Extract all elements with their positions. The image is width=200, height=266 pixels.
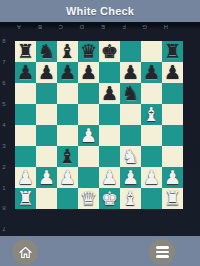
coordinate-label: 2 [0,156,8,177]
home-icon [18,245,33,260]
square-c8[interactable]: ♝ [57,41,78,62]
square-h4[interactable] [162,125,183,146]
piece-black-pawn[interactable]: ♟ [122,62,139,83]
piece-white-bishop[interactable]: ♝ [143,104,160,125]
square-b6[interactable] [36,83,57,104]
square-g2[interactable]: ♟ [141,167,162,188]
square-e2[interactable]: ♟ [99,167,120,188]
coordinate-label: 7 [0,51,8,72]
square-c4[interactable] [57,125,78,146]
piece-black-pawn[interactable]: ♟ [59,62,76,83]
square-d7[interactable]: ♟ [78,62,99,83]
square-a4[interactable] [15,125,36,146]
square-d5[interactable] [78,104,99,125]
piece-black-pawn[interactable]: ♟ [101,83,118,104]
piece-black-pawn[interactable]: ♟ [143,62,160,83]
piece-black-bishop[interactable]: ♝ [59,146,76,167]
coordinate-label: 8 [0,198,8,219]
piece-white-pawn[interactable]: ♟ [17,167,34,188]
piece-white-pawn[interactable]: ♟ [59,167,76,188]
square-h3[interactable] [162,146,183,167]
square-d3[interactable] [78,146,99,167]
piece-black-knight[interactable]: ♞ [38,41,55,62]
square-c1[interactable] [57,188,78,209]
square-c7[interactable]: ♟ [57,62,78,83]
square-a5[interactable] [15,104,36,125]
piece-black-rook[interactable]: ♜ [164,41,181,62]
coordinate-label: 1 [0,177,8,198]
square-c6[interactable] [57,83,78,104]
square-c2[interactable]: ♟ [57,167,78,188]
piece-white-king[interactable]: ♚ [101,188,118,209]
coordinate-label: 6 [0,72,8,93]
square-h7[interactable]: ♟ [162,62,183,83]
coordinate-label: 8 [0,30,8,51]
piece-white-rook[interactable]: ♜ [164,188,181,209]
coordinate-label: D [63,22,84,30]
coordinate-label: F [105,22,126,30]
piece-black-queen[interactable]: ♛ [80,41,97,62]
square-e1[interactable]: ♚ [99,188,120,209]
square-a3[interactable] [15,146,36,167]
square-f8[interactable] [120,41,141,62]
square-h8[interactable]: ♜ [162,41,183,62]
square-e8[interactable]: ♚ [99,41,120,62]
piece-black-pawn[interactable]: ♟ [17,62,34,83]
piece-white-bishop[interactable]: ♝ [122,188,139,209]
page-title: White Check [66,5,134,17]
square-a7[interactable]: ♟ [15,62,36,83]
bottom-nav-bar [0,236,200,266]
square-e6[interactable]: ♟ [99,83,120,104]
square-b5[interactable] [36,104,57,125]
coordinate-label: 3 [0,135,8,156]
piece-black-pawn[interactable]: ♟ [164,62,181,83]
coordinate-label: H [147,22,168,30]
square-a8[interactable]: ♜ [15,41,36,62]
piece-white-pawn[interactable]: ♟ [122,167,139,188]
square-e3[interactable] [99,146,120,167]
piece-white-pawn[interactable]: ♟ [143,167,160,188]
square-f5[interactable] [120,104,141,125]
piece-white-knight[interactable]: ♞ [122,146,139,167]
square-g1[interactable] [141,188,162,209]
square-d2[interactable] [78,167,99,188]
square-f4[interactable] [120,125,141,146]
square-b3[interactable] [36,146,57,167]
piece-white-rook[interactable]: ♜ [17,188,34,209]
square-b8[interactable]: ♞ [36,41,57,62]
square-f6[interactable]: ♞ [120,83,141,104]
square-f3[interactable]: ♞ [120,146,141,167]
square-b2[interactable]: ♟ [36,167,57,188]
square-f1[interactable]: ♝ [120,188,141,209]
square-b7[interactable]: ♟ [36,62,57,83]
title-bar: White Check [0,0,200,22]
coordinate-label: C [42,22,63,30]
square-b1[interactable] [36,188,57,209]
square-g7[interactable]: ♟ [141,62,162,83]
coordinate-label: E [84,22,105,30]
file-labels-top: ABCDEFGH [0,22,168,30]
square-d8[interactable]: ♛ [78,41,99,62]
rank-labels-left: 87654321 [0,30,8,198]
square-d4[interactable]: ♟ [78,125,99,146]
piece-black-rook[interactable]: ♜ [17,41,34,62]
coordinate-label: 5 [0,93,8,114]
coordinate-label: G [126,22,147,30]
square-f7[interactable]: ♟ [120,62,141,83]
coordinate-label: B [21,22,42,30]
square-d1[interactable]: ♛ [78,188,99,209]
square-h6[interactable] [162,83,183,104]
square-d6[interactable] [78,83,99,104]
piece-white-pawn[interactable]: ♟ [38,167,55,188]
coordinate-label: 4 [0,114,8,135]
piece-black-king[interactable]: ♚ [101,41,118,62]
square-h1[interactable]: ♜ [162,188,183,209]
piece-black-knight[interactable]: ♞ [122,83,139,104]
piece-black-pawn[interactable]: ♟ [80,62,97,83]
piece-white-pawn[interactable]: ♟ [164,167,181,188]
square-c5[interactable] [57,104,78,125]
square-a6[interactable] [15,83,36,104]
home-button[interactable] [12,239,38,265]
square-e7[interactable] [99,62,120,83]
piece-white-pawn[interactable]: ♟ [101,167,118,188]
square-e4[interactable] [99,125,120,146]
piece-black-bishop[interactable]: ♝ [59,41,76,62]
square-h5[interactable] [162,104,183,125]
square-a2[interactable]: ♟ [15,167,36,188]
square-f2[interactable]: ♟ [120,167,141,188]
chess-board[interactable]: ♜♞♝♛♚♜♟♟♟♟♟♟♟♟♞♝♟♝♞♟♟♟♟♟♟♟♜♛♚♝♜ [15,41,183,209]
menu-icon [156,246,169,258]
square-g3[interactable] [141,146,162,167]
piece-white-pawn[interactable]: ♟ [80,125,97,146]
piece-black-pawn[interactable]: ♟ [38,62,55,83]
coordinate-label: A [0,22,21,30]
menu-button[interactable] [149,239,175,265]
square-g5[interactable]: ♝ [141,104,162,125]
board-frame: ABCDEFGH 87654321 87654321 ♜♞♝♛♚♜♟♟♟♟♟♟♟… [0,22,200,236]
square-g4[interactable] [141,125,162,146]
square-e5[interactable] [99,104,120,125]
square-c3[interactable]: ♝ [57,146,78,167]
piece-white-queen[interactable]: ♛ [80,188,97,209]
square-a1[interactable]: ♜ [15,188,36,209]
square-g6[interactable] [141,83,162,104]
square-g8[interactable] [141,41,162,62]
square-b4[interactable] [36,125,57,146]
square-h2[interactable]: ♟ [162,167,183,188]
